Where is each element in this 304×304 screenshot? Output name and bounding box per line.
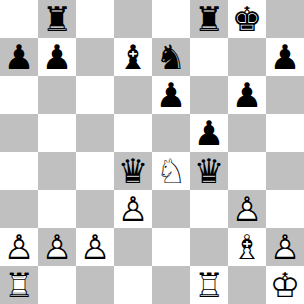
white-pawn-fill: ♟: [228, 190, 266, 228]
square-f6[interactable]: [190, 76, 228, 114]
chess-board-wrapper: ♜♜♚♟♟♝♞♟♟♟♟♛♞♘♛♟♙♟♙♟♙♟♙♟♙♝♗♟♙♜♖♜♖♚♔: [0, 0, 304, 304]
square-e1[interactable]: [152, 266, 190, 304]
white-rook-icon: ♜♖: [0, 266, 38, 304]
white-rook-fill: ♜: [190, 266, 228, 304]
white-pawn-outline: ♙: [266, 228, 304, 266]
square-d1[interactable]: [114, 266, 152, 304]
white-pawn-fill: ♟: [38, 228, 76, 266]
square-h8[interactable]: [266, 0, 304, 38]
square-a4[interactable]: [0, 152, 38, 190]
square-b3[interactable]: [38, 190, 76, 228]
white-pawn-fill: ♟: [114, 190, 152, 228]
square-c6[interactable]: [76, 76, 114, 114]
square-h6[interactable]: [266, 76, 304, 114]
white-pawn-outline: ♙: [0, 228, 38, 266]
white-king-outline: ♔: [266, 266, 304, 304]
square-a1[interactable]: ♜♖: [0, 266, 38, 304]
black-rook-icon: ♜: [190, 0, 228, 38]
square-b6[interactable]: [38, 76, 76, 114]
white-pawn-fill: ♟: [76, 228, 114, 266]
square-g6[interactable]: ♟: [228, 76, 266, 114]
black-king-icon: ♚: [228, 0, 266, 38]
white-king-icon: ♚♔: [266, 266, 304, 304]
white-pawn-fill: ♟: [0, 228, 38, 266]
black-bishop-icon: ♝: [114, 38, 152, 76]
square-c5[interactable]: [76, 114, 114, 152]
white-rook-outline: ♖: [190, 266, 228, 304]
square-g7[interactable]: [228, 38, 266, 76]
black-pawn-icon: ♟: [38, 38, 76, 76]
black-pawn-icon: ♟: [190, 114, 228, 152]
square-d3[interactable]: ♟♙: [114, 190, 152, 228]
white-pawn-icon: ♟♙: [114, 190, 152, 228]
square-d4[interactable]: ♛: [114, 152, 152, 190]
white-rook-outline: ♖: [0, 266, 38, 304]
black-knight-icon: ♞: [152, 38, 190, 76]
square-f1[interactable]: ♜♖: [190, 266, 228, 304]
square-d7[interactable]: ♝: [114, 38, 152, 76]
square-e4[interactable]: ♞♘: [152, 152, 190, 190]
square-a7[interactable]: ♟: [0, 38, 38, 76]
white-king-fill: ♚: [266, 266, 304, 304]
square-f5[interactable]: ♟: [190, 114, 228, 152]
square-c3[interactable]: [76, 190, 114, 228]
white-pawn-outline: ♙: [38, 228, 76, 266]
square-f7[interactable]: [190, 38, 228, 76]
square-f3[interactable]: [190, 190, 228, 228]
square-h7[interactable]: ♟: [266, 38, 304, 76]
white-knight-fill: ♞: [152, 152, 190, 190]
square-e2[interactable]: [152, 228, 190, 266]
square-e6[interactable]: ♟: [152, 76, 190, 114]
black-pawn-icon: ♟: [152, 76, 190, 114]
square-h2[interactable]: ♟♙: [266, 228, 304, 266]
square-b4[interactable]: [38, 152, 76, 190]
white-rook-fill: ♜: [0, 266, 38, 304]
square-e3[interactable]: [152, 190, 190, 228]
square-f8[interactable]: ♜: [190, 0, 228, 38]
square-a3[interactable]: [0, 190, 38, 228]
black-rook-icon: ♜: [38, 0, 76, 38]
square-g3[interactable]: ♟♙: [228, 190, 266, 228]
white-rook-icon: ♜♖: [190, 266, 228, 304]
square-c8[interactable]: [76, 0, 114, 38]
white-bishop-icon: ♝♗: [228, 228, 266, 266]
white-pawn-icon: ♟♙: [76, 228, 114, 266]
square-d8[interactable]: [114, 0, 152, 38]
square-h1[interactable]: ♚♔: [266, 266, 304, 304]
white-knight-icon: ♞♘: [152, 152, 190, 190]
square-a8[interactable]: [0, 0, 38, 38]
square-e8[interactable]: [152, 0, 190, 38]
white-knight-outline: ♘: [152, 152, 190, 190]
white-bishop-outline: ♗: [228, 228, 266, 266]
black-queen-icon: ♛: [114, 152, 152, 190]
square-a5[interactable]: [0, 114, 38, 152]
square-a6[interactable]: [0, 76, 38, 114]
white-pawn-icon: ♟♙: [38, 228, 76, 266]
square-f2[interactable]: [190, 228, 228, 266]
square-d6[interactable]: [114, 76, 152, 114]
square-h4[interactable]: [266, 152, 304, 190]
square-c2[interactable]: ♟♙: [76, 228, 114, 266]
white-pawn-icon: ♟♙: [0, 228, 38, 266]
square-e7[interactable]: ♞: [152, 38, 190, 76]
square-g8[interactable]: ♚: [228, 0, 266, 38]
white-pawn-outline: ♙: [114, 190, 152, 228]
square-d5[interactable]: [114, 114, 152, 152]
chess-board: ♜♜♚♟♟♝♞♟♟♟♟♛♞♘♛♟♙♟♙♟♙♟♙♟♙♝♗♟♙♜♖♜♖♚♔: [0, 0, 304, 304]
square-b7[interactable]: ♟: [38, 38, 76, 76]
square-g4[interactable]: [228, 152, 266, 190]
black-pawn-icon: ♟: [266, 38, 304, 76]
square-e5[interactable]: [152, 114, 190, 152]
square-a2[interactable]: ♟♙: [0, 228, 38, 266]
square-h5[interactable]: [266, 114, 304, 152]
white-pawn-outline: ♙: [76, 228, 114, 266]
square-g5[interactable]: [228, 114, 266, 152]
black-queen-icon: ♛: [190, 152, 228, 190]
white-pawn-outline: ♙: [228, 190, 266, 228]
square-g1[interactable]: [228, 266, 266, 304]
square-b2[interactable]: ♟♙: [38, 228, 76, 266]
square-c1[interactable]: [76, 266, 114, 304]
square-b5[interactable]: [38, 114, 76, 152]
square-b1[interactable]: [38, 266, 76, 304]
white-pawn-icon: ♟♙: [266, 228, 304, 266]
square-h3[interactable]: [266, 190, 304, 228]
square-c4[interactable]: [76, 152, 114, 190]
square-b8[interactable]: ♜: [38, 0, 76, 38]
square-g2[interactable]: ♝♗: [228, 228, 266, 266]
black-pawn-icon: ♟: [228, 76, 266, 114]
square-c7[interactable]: [76, 38, 114, 76]
white-bishop-fill: ♝: [228, 228, 266, 266]
square-d2[interactable]: [114, 228, 152, 266]
square-f4[interactable]: ♛: [190, 152, 228, 190]
black-pawn-icon: ♟: [0, 38, 38, 76]
white-pawn-fill: ♟: [266, 228, 304, 266]
white-pawn-icon: ♟♙: [228, 190, 266, 228]
